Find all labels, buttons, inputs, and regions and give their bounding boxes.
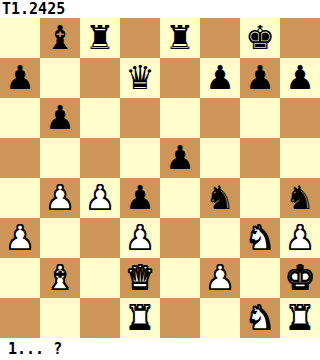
square-b5[interactable] <box>40 138 80 178</box>
white-pawn-c4: ♟ <box>85 178 115 218</box>
square-d6[interactable] <box>120 98 160 138</box>
square-h7[interactable]: ♟ <box>280 58 320 98</box>
black-king-g8: ♚ <box>245 18 275 58</box>
square-b3[interactable] <box>40 218 80 258</box>
titlebar: T1.2425 <box>0 0 320 18</box>
square-c8[interactable]: ♜ <box>80 18 120 58</box>
square-e8[interactable]: ♜ <box>160 18 200 58</box>
square-f7[interactable]: ♟ <box>200 58 240 98</box>
black-queen-d7: ♛ <box>125 58 155 98</box>
black-pawn-d4: ♟ <box>125 178 155 218</box>
black-rook-e8: ♜ <box>165 18 195 58</box>
square-c1[interactable] <box>80 298 120 338</box>
white-pawn-f2: ♟ <box>205 258 235 298</box>
black-knight-h4: ♞ <box>285 178 315 218</box>
square-e2[interactable] <box>160 258 200 298</box>
black-pawn-e5: ♟ <box>165 138 195 178</box>
white-rook-d1: ♜ <box>125 298 155 338</box>
square-a6[interactable] <box>0 98 40 138</box>
square-g7[interactable]: ♟ <box>240 58 280 98</box>
square-f6[interactable] <box>200 98 240 138</box>
black-pawn-f7: ♟ <box>205 58 235 98</box>
square-a4[interactable] <box>0 178 40 218</box>
square-b1[interactable] <box>40 298 80 338</box>
square-a1[interactable] <box>0 298 40 338</box>
move-prompt: 1... ? <box>0 338 62 360</box>
square-f4[interactable]: ♞ <box>200 178 240 218</box>
square-c3[interactable] <box>80 218 120 258</box>
square-d8[interactable] <box>120 18 160 58</box>
black-bishop-b8: ♝ <box>45 18 75 58</box>
square-g3[interactable]: ♞ <box>240 218 280 258</box>
black-pawn-g7: ♟ <box>245 58 275 98</box>
puzzle-id: T1.2425 <box>0 0 65 18</box>
square-h8[interactable] <box>280 18 320 58</box>
white-queen-d2: ♛ <box>125 258 155 298</box>
square-f1[interactable] <box>200 298 240 338</box>
square-a5[interactable] <box>0 138 40 178</box>
square-c2[interactable] <box>80 258 120 298</box>
square-h3[interactable]: ♟ <box>280 218 320 258</box>
square-d1[interactable]: ♜ <box>120 298 160 338</box>
square-f5[interactable] <box>200 138 240 178</box>
white-pawn-d3: ♟ <box>125 218 155 258</box>
square-d7[interactable]: ♛ <box>120 58 160 98</box>
square-a7[interactable]: ♟ <box>0 58 40 98</box>
square-a3[interactable]: ♟ <box>0 218 40 258</box>
square-b6[interactable]: ♟ <box>40 98 80 138</box>
square-h6[interactable] <box>280 98 320 138</box>
white-knight-g3: ♞ <box>245 218 275 258</box>
square-d5[interactable] <box>120 138 160 178</box>
square-d3[interactable]: ♟ <box>120 218 160 258</box>
black-pawn-h7: ♟ <box>285 58 315 98</box>
square-b2[interactable]: ♝ <box>40 258 80 298</box>
square-c6[interactable] <box>80 98 120 138</box>
square-f8[interactable] <box>200 18 240 58</box>
square-c4[interactable]: ♟ <box>80 178 120 218</box>
square-g8[interactable]: ♚ <box>240 18 280 58</box>
white-bishop-b2: ♝ <box>45 258 75 298</box>
square-h5[interactable] <box>280 138 320 178</box>
square-f3[interactable] <box>200 218 240 258</box>
square-d2[interactable]: ♛ <box>120 258 160 298</box>
square-f2[interactable]: ♟ <box>200 258 240 298</box>
statusbar: 1... ? <box>0 338 320 360</box>
square-e7[interactable] <box>160 58 200 98</box>
square-e3[interactable] <box>160 218 200 258</box>
white-knight-g1: ♞ <box>245 298 275 338</box>
square-e4[interactable] <box>160 178 200 218</box>
black-knight-f4: ♞ <box>205 178 235 218</box>
square-g6[interactable] <box>240 98 280 138</box>
square-a8[interactable] <box>0 18 40 58</box>
square-h1[interactable]: ♜ <box>280 298 320 338</box>
square-a2[interactable] <box>0 258 40 298</box>
black-rook-c8: ♜ <box>85 18 115 58</box>
square-b7[interactable] <box>40 58 80 98</box>
white-rook-h1: ♜ <box>285 298 315 338</box>
square-b4[interactable]: ♟ <box>40 178 80 218</box>
square-g1[interactable]: ♞ <box>240 298 280 338</box>
square-e1[interactable] <box>160 298 200 338</box>
square-c5[interactable] <box>80 138 120 178</box>
white-pawn-b4: ♟ <box>45 178 75 218</box>
square-d4[interactable]: ♟ <box>120 178 160 218</box>
square-e6[interactable] <box>160 98 200 138</box>
square-e5[interactable]: ♟ <box>160 138 200 178</box>
square-g5[interactable] <box>240 138 280 178</box>
square-h4[interactable]: ♞ <box>280 178 320 218</box>
square-g2[interactable] <box>240 258 280 298</box>
square-h2[interactable]: ♚ <box>280 258 320 298</box>
white-king-h2: ♚ <box>285 258 315 298</box>
square-c7[interactable] <box>80 58 120 98</box>
white-pawn-h3: ♟ <box>285 218 315 258</box>
square-b8[interactable]: ♝ <box>40 18 80 58</box>
square-g4[interactable] <box>240 178 280 218</box>
white-pawn-a3: ♟ <box>5 218 35 258</box>
black-pawn-a7: ♟ <box>5 58 35 98</box>
chess-board: ♝♜♜♚♟♛♟♟♟♟♟♟♟♟♞♞♟♟♞♟♝♛♟♚♜♞♜ <box>0 18 320 338</box>
chess-puzzle-window: T1.2425 ♝♜♜♚♟♛♟♟♟♟♟♟♟♟♞♞♟♟♞♟♝♛♟♚♜♞♜ 1...… <box>0 0 320 360</box>
black-pawn-b6: ♟ <box>45 98 75 138</box>
